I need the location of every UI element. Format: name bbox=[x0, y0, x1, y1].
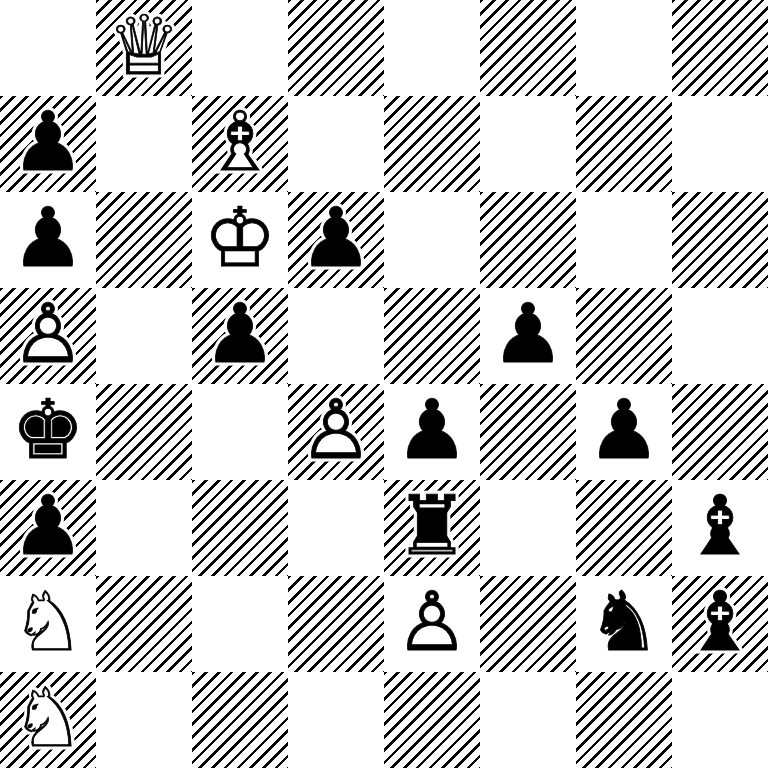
square-c5[interactable]: ♟♟ bbox=[192, 288, 288, 384]
square-d5[interactable] bbox=[288, 288, 384, 384]
black-king-glyph: ♚ bbox=[0, 384, 96, 480]
square-h4[interactable] bbox=[672, 384, 768, 480]
square-f3[interactable] bbox=[480, 480, 576, 576]
square-e8[interactable] bbox=[384, 0, 480, 96]
square-f6[interactable] bbox=[480, 192, 576, 288]
square-c6[interactable]: ♚♔ bbox=[192, 192, 288, 288]
piece-black-knight: ♞♞ bbox=[576, 576, 672, 672]
piece-black-pawn: ♟♟ bbox=[0, 480, 96, 576]
square-a1[interactable]: ♞♘ bbox=[0, 672, 96, 768]
black-pawn-glyph: ♟ bbox=[0, 480, 96, 576]
square-b3[interactable] bbox=[96, 480, 192, 576]
square-d2[interactable] bbox=[288, 576, 384, 672]
piece-white-king: ♚♔ bbox=[192, 192, 288, 288]
square-a4[interactable]: ♚♚ bbox=[0, 384, 96, 480]
square-e7[interactable] bbox=[384, 96, 480, 192]
black-pawn-glyph: ♟ bbox=[288, 192, 384, 288]
piece-black-pawn: ♟♟ bbox=[0, 192, 96, 288]
square-c1[interactable] bbox=[192, 672, 288, 768]
square-g7[interactable] bbox=[576, 96, 672, 192]
square-h5[interactable] bbox=[672, 288, 768, 384]
square-f5[interactable]: ♟♟ bbox=[480, 288, 576, 384]
white-pawn-glyph: ♙ bbox=[384, 576, 480, 672]
piece-white-knight: ♞♘ bbox=[0, 576, 96, 672]
square-b1[interactable] bbox=[96, 672, 192, 768]
square-h2[interactable]: ♝♝ bbox=[672, 576, 768, 672]
square-e6[interactable] bbox=[384, 192, 480, 288]
black-bishop-glyph: ♝ bbox=[672, 480, 768, 576]
square-d7[interactable] bbox=[288, 96, 384, 192]
piece-black-pawn: ♟♟ bbox=[192, 288, 288, 384]
square-d6[interactable]: ♟♟ bbox=[288, 192, 384, 288]
piece-white-pawn: ♟♙ bbox=[0, 288, 96, 384]
square-c4[interactable] bbox=[192, 384, 288, 480]
square-g3[interactable] bbox=[576, 480, 672, 576]
white-knight-glyph: ♘ bbox=[0, 672, 96, 768]
piece-black-bishop: ♝♝ bbox=[672, 480, 768, 576]
white-bishop-glyph: ♗ bbox=[192, 96, 288, 192]
square-e5[interactable] bbox=[384, 288, 480, 384]
piece-black-pawn: ♟♟ bbox=[0, 96, 96, 192]
square-e3[interactable]: ♜♜ bbox=[384, 480, 480, 576]
black-pawn-glyph: ♟ bbox=[0, 192, 96, 288]
piece-white-bishop: ♝♗ bbox=[192, 96, 288, 192]
square-b7[interactable] bbox=[96, 96, 192, 192]
square-h8[interactable] bbox=[672, 0, 768, 96]
black-pawn-glyph: ♟ bbox=[576, 384, 672, 480]
black-pawn-glyph: ♟ bbox=[192, 288, 288, 384]
square-h3[interactable]: ♝♝ bbox=[672, 480, 768, 576]
square-c8[interactable] bbox=[192, 0, 288, 96]
square-a3[interactable]: ♟♟ bbox=[0, 480, 96, 576]
square-c3[interactable] bbox=[192, 480, 288, 576]
square-a6[interactable]: ♟♟ bbox=[0, 192, 96, 288]
square-a5[interactable]: ♟♙ bbox=[0, 288, 96, 384]
square-h1[interactable] bbox=[672, 672, 768, 768]
black-rook-glyph: ♜ bbox=[384, 480, 480, 576]
chess-board: ♛♕♟♟♝♗♟♟♚♔♟♟♟♙♟♟♟♟♚♚♟♙♟♟♟♟♟♟♜♜♝♝♞♘♟♙♞♞♝♝… bbox=[0, 0, 768, 768]
square-h6[interactable] bbox=[672, 192, 768, 288]
square-g8[interactable] bbox=[576, 0, 672, 96]
piece-black-pawn: ♟♟ bbox=[288, 192, 384, 288]
square-d3[interactable] bbox=[288, 480, 384, 576]
square-c7[interactable]: ♝♗ bbox=[192, 96, 288, 192]
white-knight-glyph: ♘ bbox=[0, 576, 96, 672]
square-e2[interactable]: ♟♙ bbox=[384, 576, 480, 672]
square-f2[interactable] bbox=[480, 576, 576, 672]
black-pawn-glyph: ♟ bbox=[0, 96, 96, 192]
piece-black-pawn: ♟♟ bbox=[576, 384, 672, 480]
black-bishop-glyph: ♝ bbox=[672, 576, 768, 672]
piece-black-rook: ♜♜ bbox=[384, 480, 480, 576]
square-c2[interactable] bbox=[192, 576, 288, 672]
square-d1[interactable] bbox=[288, 672, 384, 768]
square-f7[interactable] bbox=[480, 96, 576, 192]
black-pawn-glyph: ♟ bbox=[384, 384, 480, 480]
square-g6[interactable] bbox=[576, 192, 672, 288]
white-king-glyph: ♔ bbox=[192, 192, 288, 288]
square-e4[interactable]: ♟♟ bbox=[384, 384, 480, 480]
square-a8[interactable] bbox=[0, 0, 96, 96]
piece-black-bishop: ♝♝ bbox=[672, 576, 768, 672]
square-g5[interactable] bbox=[576, 288, 672, 384]
square-b6[interactable] bbox=[96, 192, 192, 288]
square-a2[interactable]: ♞♘ bbox=[0, 576, 96, 672]
square-g2[interactable]: ♞♞ bbox=[576, 576, 672, 672]
square-e1[interactable] bbox=[384, 672, 480, 768]
piece-white-knight: ♞♘ bbox=[0, 672, 96, 768]
white-queen-glyph: ♕ bbox=[96, 0, 192, 96]
square-b8[interactable]: ♛♕ bbox=[96, 0, 192, 96]
piece-black-pawn: ♟♟ bbox=[384, 384, 480, 480]
square-d4[interactable]: ♟♙ bbox=[288, 384, 384, 480]
square-h7[interactable] bbox=[672, 96, 768, 192]
square-a7[interactable]: ♟♟ bbox=[0, 96, 96, 192]
square-f8[interactable] bbox=[480, 0, 576, 96]
square-g1[interactable] bbox=[576, 672, 672, 768]
piece-white-queen: ♛♕ bbox=[96, 0, 192, 96]
white-pawn-glyph: ♙ bbox=[0, 288, 96, 384]
piece-black-king: ♚♚ bbox=[0, 384, 96, 480]
square-f4[interactable] bbox=[480, 384, 576, 480]
square-f1[interactable] bbox=[480, 672, 576, 768]
black-pawn-glyph: ♟ bbox=[480, 288, 576, 384]
piece-white-pawn: ♟♙ bbox=[384, 576, 480, 672]
square-b2[interactable] bbox=[96, 576, 192, 672]
square-g4[interactable]: ♟♟ bbox=[576, 384, 672, 480]
white-pawn-glyph: ♙ bbox=[288, 384, 384, 480]
piece-black-pawn: ♟♟ bbox=[480, 288, 576, 384]
square-d8[interactable] bbox=[288, 0, 384, 96]
square-b5[interactable] bbox=[96, 288, 192, 384]
piece-white-pawn: ♟♙ bbox=[288, 384, 384, 480]
square-b4[interactable] bbox=[96, 384, 192, 480]
black-knight-glyph: ♞ bbox=[576, 576, 672, 672]
